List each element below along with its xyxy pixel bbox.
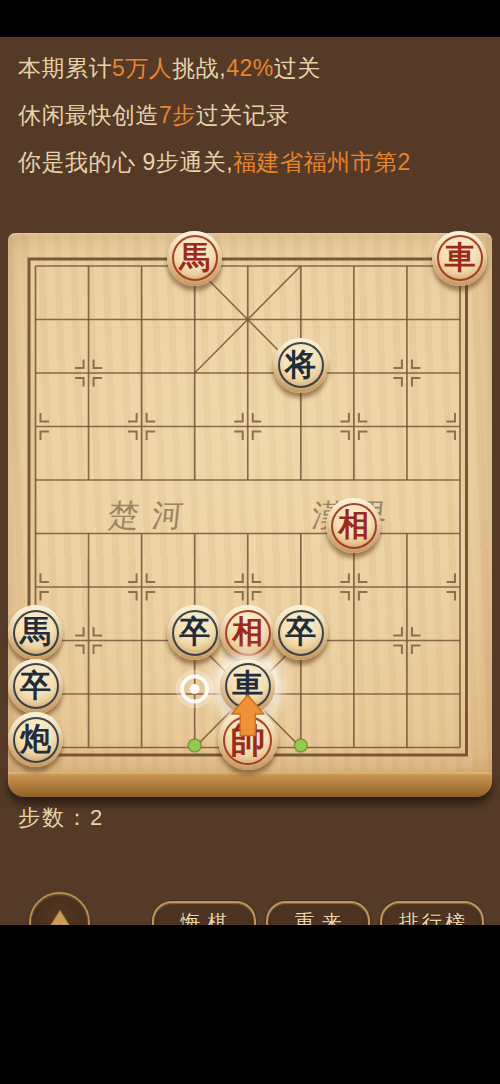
move-counter: 步数：2 [18,803,104,833]
xiangqi-board[interactable]: 楚河 漢界 馬車将相馬卒相卒卒車炮帥 [8,233,492,801]
header-line-2: 休闲最快创造7步过关记录 [18,100,411,147]
status-bar [0,0,500,37]
header-line-3: 你是我的心 9步通关,福建省福州市第2 [18,147,411,194]
game-background: 本期累计5万人挑战,42%过关休闲最快创造7步过关记录你是我的心 9步通关,福建… [0,37,500,925]
header-line-1: 本期累计5万人挑战,42%过关 [18,53,411,100]
phone-screen: 本期累计5万人挑战,42%过关休闲最快创造7步过关记录你是我的心 9步通关,福建… [0,0,500,1084]
challenge-stats-header: 本期累计5万人挑战,42%过关休闲最快创造7步过关记录你是我的心 9步通关,福建… [18,53,411,194]
capture-arrow [232,695,264,736]
move-arrow-layer [8,233,492,801]
android-nav-bar: Bai du 经验 jingyan.baidu.com [0,925,500,1084]
